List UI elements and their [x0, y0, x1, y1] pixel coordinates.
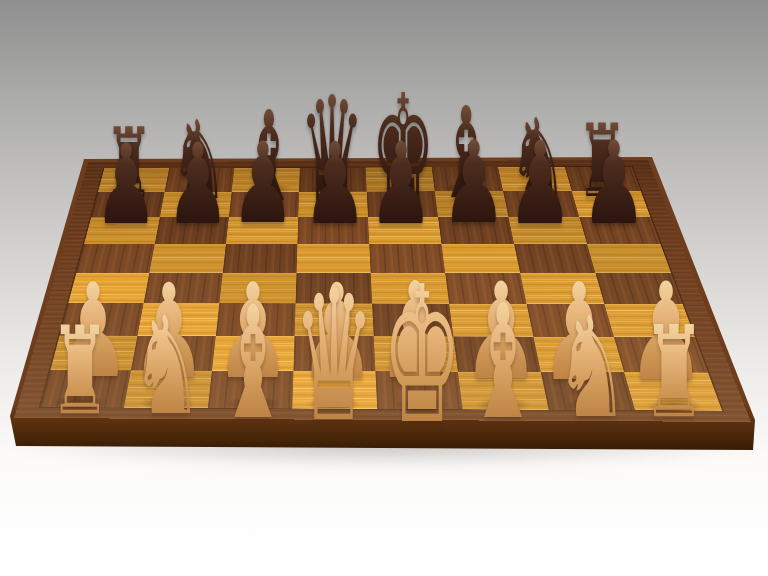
- pawn-glyph: ♟: [581, 126, 647, 241]
- bishop-glyph: ♝: [218, 286, 290, 441]
- pawn-glyph: ♟: [507, 127, 573, 241]
- pawn-glyph: ♟: [166, 129, 230, 240]
- rook-glyph: ♜: [50, 311, 111, 432]
- pawn-glyph: ♟: [231, 129, 295, 241]
- pawn-glyph: ♟: [368, 128, 433, 241]
- knight-glyph: ♞: [555, 299, 629, 439]
- bishop-glyph: ♝: [466, 285, 539, 443]
- rook-glyph: ♜: [642, 310, 705, 436]
- pieces-layer: ♜♞♝♛♚♝♞♜♟♟♟♟♟♟♟♟♟♟♟♟♟♟♟♟♜♞♝♛♚♝♞♜: [0, 0, 768, 576]
- queen-glyph: ♛: [292, 266, 374, 448]
- studio-backdrop: ♜♞♝♛♚♝♞♜♟♟♟♟♟♟♟♟♟♟♟♟♟♟♟♟♜♞♝♛♚♝♞♜: [0, 0, 768, 576]
- knight-glyph: ♞: [130, 300, 202, 436]
- pawn-glyph: ♟: [441, 127, 506, 241]
- pawn-glyph: ♟: [303, 128, 368, 241]
- king-glyph: ♚: [381, 261, 461, 450]
- pawn-glyph: ♟: [94, 130, 158, 241]
